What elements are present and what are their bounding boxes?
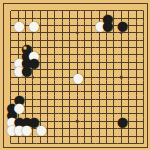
intersection[interactable] [96,140,103,147]
intersection[interactable] [7,96,14,103]
intersection[interactable] [37,44,44,51]
intersection[interactable] [7,7,14,14]
intersection[interactable] [44,110,51,117]
intersection[interactable] [96,81,103,88]
intersection[interactable] [140,96,147,103]
intersection[interactable] [132,132,139,139]
intersection[interactable] [51,110,58,117]
intersection[interactable] [59,7,66,14]
intersection[interactable] [140,73,147,80]
intersection[interactable] [96,132,103,139]
intersection[interactable] [22,88,29,95]
intersection[interactable] [66,7,73,14]
intersection[interactable] [51,14,58,21]
intersection[interactable] [22,103,29,110]
intersection[interactable] [81,96,88,103]
intersection[interactable] [59,44,66,51]
intersection[interactable] [118,44,125,51]
intersection[interactable] [7,37,14,44]
intersection[interactable] [7,118,14,125]
intersection[interactable] [140,132,147,139]
intersection[interactable] [125,110,132,117]
intersection[interactable] [22,73,29,80]
intersection[interactable] [44,118,51,125]
intersection[interactable] [59,110,66,117]
intersection[interactable] [125,103,132,110]
intersection[interactable] [22,96,29,103]
intersection[interactable] [96,51,103,58]
intersection[interactable] [37,37,44,44]
intersection[interactable] [14,132,21,139]
intersection[interactable] [37,22,44,29]
intersection[interactable] [14,81,21,88]
intersection[interactable] [59,51,66,58]
intersection[interactable] [59,22,66,29]
intersection[interactable] [14,103,21,110]
intersection[interactable] [110,132,117,139]
intersection[interactable] [103,81,110,88]
intersection[interactable] [73,51,80,58]
intersection[interactable] [132,29,139,36]
intersection[interactable] [96,88,103,95]
intersection[interactable] [22,29,29,36]
intersection[interactable] [132,7,139,14]
intersection[interactable] [14,73,21,80]
intersection[interactable] [51,125,58,132]
intersection[interactable] [81,88,88,95]
intersection[interactable] [22,7,29,14]
intersection[interactable] [118,125,125,132]
intersection[interactable] [7,22,14,29]
intersection[interactable] [14,96,21,103]
intersection[interactable] [59,81,66,88]
intersection[interactable] [44,140,51,147]
intersection[interactable] [118,51,125,58]
intersection[interactable] [22,44,29,51]
intersection[interactable] [66,140,73,147]
intersection[interactable] [140,7,147,14]
intersection[interactable] [88,22,95,29]
intersection[interactable] [103,132,110,139]
intersection[interactable] [37,132,44,139]
intersection[interactable] [103,7,110,14]
intersection[interactable] [88,140,95,147]
intersection[interactable] [51,81,58,88]
intersection[interactable] [96,14,103,21]
intersection[interactable] [103,140,110,147]
intersection[interactable] [44,44,51,51]
intersection[interactable] [125,81,132,88]
intersection[interactable] [118,96,125,103]
intersection[interactable] [140,29,147,36]
intersection[interactable] [140,81,147,88]
intersection[interactable] [110,88,117,95]
intersection[interactable] [37,110,44,117]
intersection[interactable] [81,7,88,14]
intersection[interactable] [103,14,110,21]
intersection[interactable] [81,66,88,73]
intersection[interactable] [73,22,80,29]
intersection[interactable] [14,110,21,117]
intersection[interactable] [7,14,14,21]
intersection[interactable] [73,140,80,147]
intersection[interactable] [110,96,117,103]
intersection[interactable] [51,37,58,44]
intersection[interactable] [37,125,44,132]
intersection[interactable] [88,73,95,80]
intersection[interactable] [66,118,73,125]
intersection[interactable] [66,66,73,73]
intersection[interactable] [81,132,88,139]
intersection[interactable] [88,118,95,125]
intersection[interactable] [73,125,80,132]
intersection[interactable] [103,125,110,132]
intersection[interactable] [88,51,95,58]
intersection[interactable] [66,125,73,132]
intersection[interactable] [51,44,58,51]
intersection[interactable] [44,14,51,21]
intersection[interactable] [59,29,66,36]
intersection[interactable] [103,110,110,117]
intersection[interactable] [88,103,95,110]
intersection[interactable] [59,66,66,73]
intersection[interactable] [81,51,88,58]
intersection[interactable] [132,88,139,95]
intersection[interactable] [66,14,73,21]
intersection[interactable] [88,37,95,44]
intersection[interactable] [81,103,88,110]
intersection[interactable] [140,110,147,117]
intersection[interactable] [125,66,132,73]
intersection[interactable] [81,81,88,88]
intersection[interactable] [59,103,66,110]
intersection[interactable] [125,96,132,103]
intersection[interactable] [132,81,139,88]
intersection[interactable] [66,132,73,139]
intersection[interactable] [44,96,51,103]
intersection[interactable] [81,118,88,125]
intersection[interactable] [96,37,103,44]
intersection[interactable] [66,37,73,44]
intersection[interactable] [132,51,139,58]
intersection[interactable] [96,103,103,110]
intersection[interactable] [7,140,14,147]
intersection[interactable] [110,66,117,73]
intersection[interactable] [140,88,147,95]
intersection[interactable] [125,14,132,21]
intersection[interactable] [110,140,117,147]
intersection[interactable] [14,37,21,44]
intersection[interactable] [44,125,51,132]
intersection[interactable] [37,14,44,21]
intersection[interactable] [44,103,51,110]
intersection[interactable] [110,73,117,80]
intersection[interactable] [51,29,58,36]
intersection[interactable] [103,88,110,95]
intersection[interactable] [132,73,139,80]
intersection[interactable] [125,7,132,14]
intersection[interactable] [110,44,117,51]
intersection[interactable] [7,51,14,58]
intersection[interactable] [29,103,36,110]
intersection[interactable] [118,132,125,139]
intersection[interactable] [51,118,58,125]
intersection[interactable] [110,103,117,110]
intersection[interactable] [44,51,51,58]
intersection[interactable] [88,125,95,132]
intersection[interactable] [73,103,80,110]
intersection[interactable] [125,132,132,139]
intersection[interactable] [73,96,80,103]
intersection[interactable] [118,103,125,110]
intersection[interactable] [88,44,95,51]
intersection[interactable] [125,125,132,132]
intersection[interactable] [22,51,29,58]
intersection[interactable] [51,132,58,139]
intersection[interactable] [88,96,95,103]
intersection[interactable] [37,96,44,103]
intersection[interactable] [59,125,66,132]
intersection[interactable] [140,22,147,29]
intersection[interactable] [66,59,73,66]
intersection[interactable] [14,125,21,132]
intersection[interactable] [132,110,139,117]
intersection[interactable] [132,22,139,29]
intersection[interactable] [44,73,51,80]
intersection[interactable] [73,118,80,125]
intersection[interactable] [125,51,132,58]
intersection[interactable] [73,110,80,117]
intersection[interactable] [96,22,103,29]
intersection[interactable] [140,103,147,110]
intersection[interactable] [66,110,73,117]
intersection[interactable] [118,59,125,66]
intersection[interactable] [96,7,103,14]
intersection[interactable] [37,103,44,110]
intersection[interactable] [96,118,103,125]
intersection[interactable] [125,59,132,66]
intersection[interactable] [118,14,125,21]
intersection[interactable] [59,96,66,103]
intersection[interactable] [59,118,66,125]
intersection[interactable] [110,29,117,36]
intersection[interactable] [44,132,51,139]
intersection[interactable] [140,59,147,66]
intersection[interactable] [132,96,139,103]
intersection[interactable] [110,118,117,125]
intersection[interactable] [37,81,44,88]
intersection[interactable] [37,140,44,147]
intersection[interactable] [125,140,132,147]
intersection[interactable] [14,59,21,66]
intersection[interactable] [140,44,147,51]
intersection[interactable] [7,44,14,51]
intersection[interactable] [22,125,29,132]
intersection[interactable] [118,140,125,147]
intersection[interactable] [73,66,80,73]
intersection[interactable] [110,37,117,44]
intersection[interactable] [29,140,36,147]
intersection[interactable] [88,14,95,21]
intersection[interactable] [29,118,36,125]
intersection[interactable] [96,125,103,132]
intersection[interactable] [125,73,132,80]
intersection[interactable] [125,44,132,51]
intersection[interactable] [103,73,110,80]
intersection[interactable] [44,66,51,73]
intersection[interactable] [118,73,125,80]
intersection[interactable] [132,37,139,44]
intersection[interactable] [96,66,103,73]
intersection[interactable] [88,88,95,95]
intersection[interactable] [96,29,103,36]
intersection[interactable] [51,22,58,29]
intersection[interactable] [73,7,80,14]
intersection[interactable] [103,66,110,73]
intersection[interactable] [51,96,58,103]
intersection[interactable] [110,14,117,21]
intersection[interactable] [59,14,66,21]
intersection[interactable] [51,140,58,147]
intersection[interactable] [103,22,110,29]
intersection[interactable] [125,37,132,44]
intersection[interactable] [14,22,21,29]
intersection[interactable] [29,59,36,66]
intersection[interactable] [140,37,147,44]
intersection[interactable] [22,37,29,44]
intersection[interactable] [7,88,14,95]
intersection[interactable] [118,88,125,95]
intersection[interactable] [44,22,51,29]
intersection[interactable] [44,59,51,66]
intersection[interactable] [51,59,58,66]
intersection[interactable] [88,132,95,139]
intersection[interactable] [132,140,139,147]
intersection[interactable] [103,59,110,66]
intersection[interactable] [59,73,66,80]
intersection[interactable] [81,44,88,51]
intersection[interactable] [37,66,44,73]
intersection[interactable] [37,7,44,14]
intersection[interactable] [29,37,36,44]
intersection[interactable] [73,29,80,36]
intersection[interactable] [81,22,88,29]
intersection[interactable] [110,22,117,29]
intersection[interactable] [7,81,14,88]
intersection[interactable] [88,59,95,66]
intersection[interactable] [81,110,88,117]
intersection[interactable] [73,37,80,44]
intersection[interactable] [14,66,21,73]
intersection[interactable] [29,29,36,36]
intersection[interactable] [59,132,66,139]
intersection[interactable] [88,66,95,73]
intersection[interactable] [22,14,29,21]
intersection[interactable] [59,88,66,95]
intersection[interactable] [14,140,21,147]
intersection[interactable] [118,110,125,117]
intersection[interactable] [29,14,36,21]
intersection[interactable] [110,81,117,88]
intersection[interactable] [110,59,117,66]
intersection[interactable] [96,110,103,117]
intersection[interactable] [37,59,44,66]
intersection[interactable] [51,66,58,73]
intersection[interactable] [29,73,36,80]
intersection[interactable] [29,110,36,117]
intersection[interactable] [22,59,29,66]
intersection[interactable] [29,125,36,132]
go-board[interactable]: ●●●●●●●●●●●●●●●●●●●●●●●●●●●● [0,0,150,150]
intersection[interactable] [44,81,51,88]
intersection[interactable] [66,51,73,58]
intersection[interactable] [103,37,110,44]
intersection[interactable] [110,7,117,14]
intersection[interactable] [140,140,147,147]
intersection[interactable] [66,103,73,110]
intersection[interactable] [29,81,36,88]
intersection[interactable] [81,125,88,132]
intersection[interactable] [29,51,36,58]
intersection[interactable] [118,37,125,44]
intersection[interactable] [96,44,103,51]
intersection[interactable] [140,51,147,58]
intersection[interactable] [118,118,125,125]
intersection[interactable] [37,118,44,125]
intersection[interactable] [51,7,58,14]
intersection[interactable] [22,140,29,147]
intersection[interactable] [37,88,44,95]
intersection[interactable] [7,110,14,117]
intersection[interactable] [66,44,73,51]
intersection[interactable] [81,140,88,147]
intersection[interactable] [44,29,51,36]
intersection[interactable] [96,59,103,66]
intersection[interactable] [66,88,73,95]
intersection[interactable] [96,73,103,80]
intersection[interactable] [88,29,95,36]
intersection[interactable] [29,66,36,73]
intersection[interactable] [14,14,21,21]
intersection[interactable] [88,81,95,88]
intersection[interactable] [29,96,36,103]
intersection[interactable] [125,29,132,36]
intersection[interactable] [44,88,51,95]
intersection[interactable] [81,73,88,80]
intersection[interactable] [7,125,14,132]
intersection[interactable] [73,73,80,80]
intersection[interactable] [118,66,125,73]
intersection[interactable] [73,14,80,21]
intersection[interactable] [132,118,139,125]
intersection[interactable] [51,73,58,80]
intersection[interactable] [132,66,139,73]
intersection[interactable] [110,110,117,117]
intersection[interactable] [96,96,103,103]
intersection[interactable] [29,22,36,29]
intersection[interactable] [118,81,125,88]
intersection[interactable] [22,81,29,88]
intersection[interactable] [51,103,58,110]
intersection[interactable] [59,37,66,44]
intersection[interactable] [14,51,21,58]
intersection[interactable] [7,59,14,66]
intersection[interactable] [22,132,29,139]
intersection[interactable] [59,140,66,147]
intersection[interactable] [66,22,73,29]
intersection[interactable] [7,103,14,110]
intersection[interactable] [132,14,139,21]
